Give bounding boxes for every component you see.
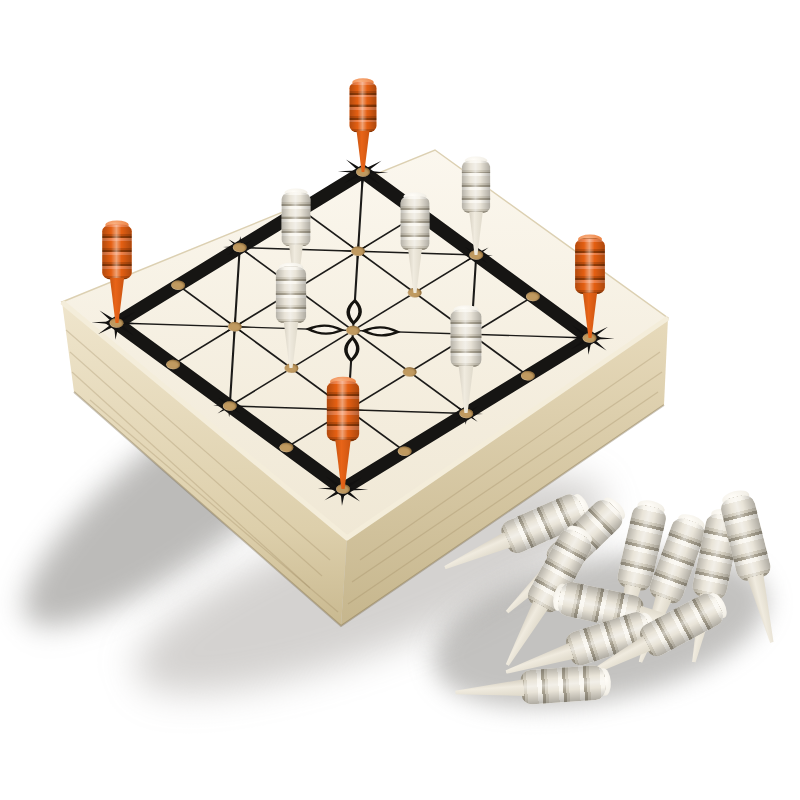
orange-peg[interactable] <box>575 235 605 338</box>
peg-head <box>400 196 429 250</box>
white-peg[interactable] <box>462 156 490 255</box>
peg-shaft <box>276 322 306 369</box>
peg-hole <box>523 290 543 303</box>
peg-head <box>451 310 482 368</box>
peg-hole <box>343 324 363 337</box>
peg-shaft <box>575 292 605 338</box>
peg-shine <box>451 310 482 368</box>
peg-head <box>282 192 311 246</box>
peg-shine <box>349 82 376 132</box>
peg-shine <box>102 224 132 279</box>
peg-shaft <box>102 278 132 323</box>
peg-head <box>327 381 359 441</box>
peg-hole <box>348 245 368 258</box>
orange-peg[interactable] <box>327 377 359 489</box>
peg-hole <box>163 358 183 371</box>
peg-shine <box>520 665 606 705</box>
peg-hole <box>220 399 240 412</box>
peg-hole <box>230 241 250 254</box>
white-peg[interactable] <box>276 263 306 368</box>
peg-shaft <box>327 439 359 489</box>
peg-shaft <box>451 366 482 414</box>
peg-shaft <box>462 211 490 255</box>
peg-shine <box>462 160 490 213</box>
peg-shine <box>327 381 359 441</box>
peg-shaft <box>349 131 376 172</box>
peg-head <box>575 239 605 295</box>
peg-shine <box>276 267 306 324</box>
peg-shaft <box>400 248 429 293</box>
peg-shaft <box>454 670 525 709</box>
peg-head <box>102 224 132 279</box>
peg-hole <box>395 445 415 458</box>
orange-peg[interactable] <box>349 78 376 172</box>
peg-head <box>349 82 376 132</box>
peg-hole <box>225 320 245 333</box>
peg-shine <box>575 239 605 295</box>
peg-head <box>520 665 606 705</box>
peg-head <box>276 267 306 324</box>
peg-hole <box>518 369 538 382</box>
peg-hole <box>400 365 420 378</box>
scene <box>0 0 800 800</box>
peg-hole <box>168 279 188 292</box>
peg-head <box>462 160 490 213</box>
peg-shine <box>400 196 429 250</box>
white-peg[interactable] <box>451 306 482 414</box>
peg-shine <box>282 192 311 246</box>
orange-peg[interactable] <box>102 220 132 323</box>
peg-hole <box>277 441 297 454</box>
white-peg[interactable] <box>400 192 429 293</box>
